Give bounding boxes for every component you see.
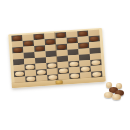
brass-clasp <box>56 80 63 84</box>
loose-checker-dark <box>115 90 124 96</box>
loose-checker-light <box>104 92 113 98</box>
loose-checker-dark <box>109 87 118 93</box>
loose-checker-light <box>116 83 122 89</box>
loose-checker-light <box>112 94 121 100</box>
loose-checker-light <box>106 82 112 88</box>
checkers-board <box>8 28 106 88</box>
board-surface <box>8 28 106 88</box>
product-photo <box>0 0 130 130</box>
